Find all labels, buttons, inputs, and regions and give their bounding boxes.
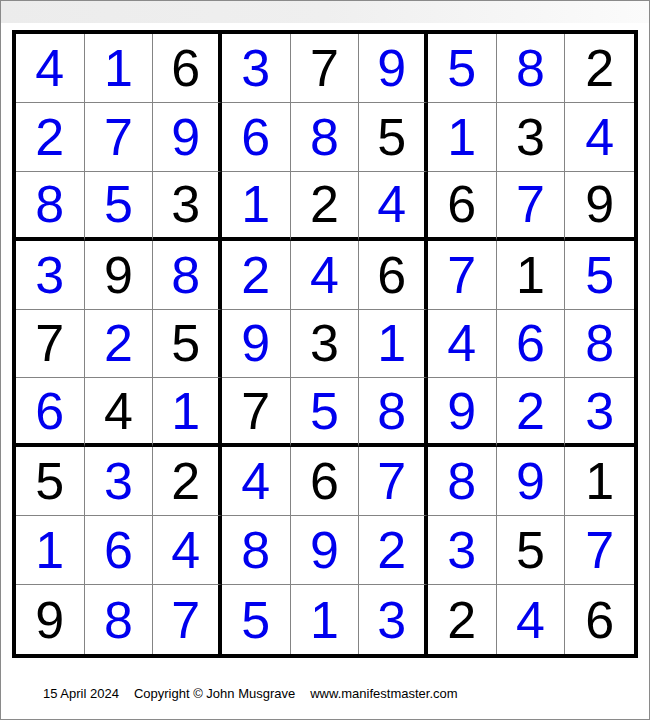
cell-r5c2: 2: [85, 310, 154, 379]
footer-website: www.manifestmaster.com: [310, 686, 457, 701]
cell-r4c1: 3: [16, 241, 85, 310]
cell-r6c9: 3: [565, 378, 634, 447]
cell-r6c5: 5: [291, 378, 360, 447]
top-gradient-bar: [1, 1, 649, 23]
cell-r3c3: 3: [153, 172, 222, 241]
cell-r4c6: 6: [359, 241, 428, 310]
cell-r3c9: 9: [565, 172, 634, 241]
cell-r6c8: 2: [497, 378, 566, 447]
cell-r6c3: 1: [153, 378, 222, 447]
cell-r6c4: 7: [222, 378, 291, 447]
cell-r5c9: 8: [565, 310, 634, 379]
cell-r5c4: 9: [222, 310, 291, 379]
cell-r3c2: 5: [85, 172, 154, 241]
cell-r9c5: 1: [291, 585, 360, 654]
cell-r9c6: 3: [359, 585, 428, 654]
cell-r4c8: 1: [497, 241, 566, 310]
cell-r6c6: 8: [359, 378, 428, 447]
cell-r1c3: 6: [153, 34, 222, 103]
cell-r6c1: 6: [16, 378, 85, 447]
cell-r5c7: 4: [428, 310, 497, 379]
cell-r9c3: 7: [153, 585, 222, 654]
cell-r9c4: 5: [222, 585, 291, 654]
cell-r7c1: 5: [16, 447, 85, 516]
cell-r1c5: 7: [291, 34, 360, 103]
cell-r7c3: 2: [153, 447, 222, 516]
cell-r4c7: 7: [428, 241, 497, 310]
cell-r4c9: 5: [565, 241, 634, 310]
cell-r5c5: 3: [291, 310, 360, 379]
cell-r7c6: 7: [359, 447, 428, 516]
cell-r1c9: 2: [565, 34, 634, 103]
cell-r4c2: 9: [85, 241, 154, 310]
cell-r3c5: 2: [291, 172, 360, 241]
cell-r8c4: 8: [222, 516, 291, 585]
sudoku-board: 4163795822796851348531246793982467157259…: [12, 30, 638, 658]
cell-r2c8: 3: [497, 103, 566, 172]
cell-r7c5: 6: [291, 447, 360, 516]
cell-r4c5: 4: [291, 241, 360, 310]
cell-r1c8: 8: [497, 34, 566, 103]
cell-r3c8: 7: [497, 172, 566, 241]
cell-r2c3: 9: [153, 103, 222, 172]
cell-r2c1: 2: [16, 103, 85, 172]
cell-r4c3: 8: [153, 241, 222, 310]
cell-r2c9: 4: [565, 103, 634, 172]
cell-r7c2: 3: [85, 447, 154, 516]
cell-r2c4: 6: [222, 103, 291, 172]
cell-r1c2: 1: [85, 34, 154, 103]
cell-r7c8: 9: [497, 447, 566, 516]
cell-r1c4: 3: [222, 34, 291, 103]
cell-r6c2: 4: [85, 378, 154, 447]
cell-r2c5: 8: [291, 103, 360, 172]
cell-r5c1: 7: [16, 310, 85, 379]
cell-r9c8: 4: [497, 585, 566, 654]
cell-r9c9: 6: [565, 585, 634, 654]
cell-r8c3: 4: [153, 516, 222, 585]
cell-r9c7: 2: [428, 585, 497, 654]
cell-r7c7: 8: [428, 447, 497, 516]
cell-r8c7: 3: [428, 516, 497, 585]
cell-r7c9: 1: [565, 447, 634, 516]
cell-r8c1: 1: [16, 516, 85, 585]
page: 4163795822796851348531246793982467157259…: [0, 0, 650, 720]
cell-r3c4: 1: [222, 172, 291, 241]
cell-r5c3: 5: [153, 310, 222, 379]
cell-r8c8: 5: [497, 516, 566, 585]
cell-r5c6: 1: [359, 310, 428, 379]
cell-r2c2: 7: [85, 103, 154, 172]
cell-r3c1: 8: [16, 172, 85, 241]
cell-r8c9: 7: [565, 516, 634, 585]
cell-r2c6: 5: [359, 103, 428, 172]
cell-r4c4: 2: [222, 241, 291, 310]
cell-r1c6: 9: [359, 34, 428, 103]
cell-r1c1: 4: [16, 34, 85, 103]
footer-copyright: Copyright © John Musgrave: [134, 686, 295, 701]
cell-r2c7: 1: [428, 103, 497, 172]
cell-r9c2: 8: [85, 585, 154, 654]
cell-r6c7: 9: [428, 378, 497, 447]
footer: 15 April 2024 Copyright © John Musgrave …: [1, 686, 649, 701]
cell-r1c7: 5: [428, 34, 497, 103]
footer-date: 15 April 2024: [43, 686, 119, 701]
cell-r3c7: 6: [428, 172, 497, 241]
cell-r7c4: 4: [222, 447, 291, 516]
cell-r8c2: 6: [85, 516, 154, 585]
cell-r3c6: 4: [359, 172, 428, 241]
cell-r9c1: 9: [16, 585, 85, 654]
cell-r8c6: 2: [359, 516, 428, 585]
cell-r8c5: 9: [291, 516, 360, 585]
cell-r5c8: 6: [497, 310, 566, 379]
